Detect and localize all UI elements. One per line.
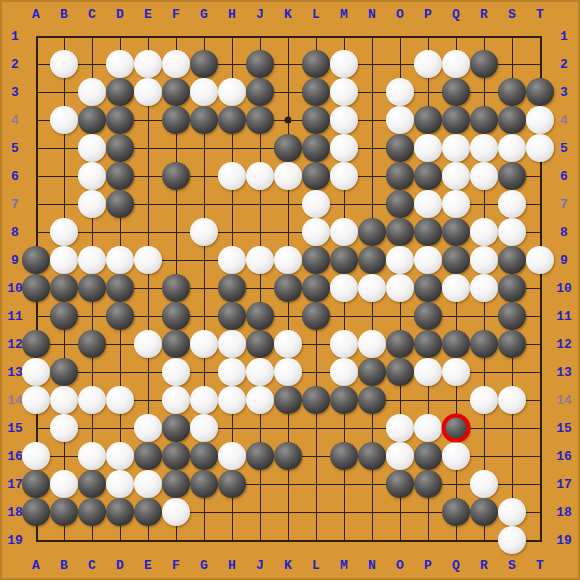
stone-M12[interactable] (330, 330, 358, 358)
stone-F6[interactable] (162, 162, 190, 190)
stone-K5[interactable] (274, 134, 302, 162)
row-label-left-7: 7 (11, 198, 19, 211)
stone-S6[interactable] (498, 162, 526, 190)
col-label-top-P: P (424, 8, 432, 21)
stone-O15[interactable] (386, 414, 414, 442)
row-label-left-9: 9 (11, 254, 19, 267)
stone-O10[interactable] (386, 274, 414, 302)
row-label-left-14: 14 (7, 394, 23, 407)
stone-S18[interactable] (498, 498, 526, 526)
stone-Q2[interactable] (442, 50, 470, 78)
row-label-left-1: 1 (11, 30, 19, 43)
last-move-marker (442, 414, 471, 443)
stone-F15[interactable] (162, 414, 190, 442)
stone-B13[interactable] (50, 358, 78, 386)
col-label-bottom-K: K (284, 559, 292, 572)
stone-E12[interactable] (134, 330, 162, 358)
stone-K10[interactable] (274, 274, 302, 302)
stone-G2[interactable] (190, 50, 218, 78)
stone-O13[interactable] (386, 358, 414, 386)
stone-J6[interactable] (246, 162, 274, 190)
col-label-top-F: F (172, 8, 180, 21)
stone-D11[interactable] (106, 302, 134, 330)
row-label-left-4: 4 (11, 114, 19, 127)
stone-C16[interactable] (78, 442, 106, 470)
stone-L4[interactable] (302, 106, 330, 134)
stone-M3[interactable] (330, 78, 358, 106)
stone-K13[interactable] (274, 358, 302, 386)
row-label-right-2: 2 (560, 58, 568, 71)
stone-A16[interactable] (22, 442, 50, 470)
stone-J12[interactable] (246, 330, 274, 358)
stone-S8[interactable] (498, 218, 526, 246)
col-label-bottom-E: E (144, 559, 152, 572)
col-label-top-R: R (480, 8, 488, 21)
grid-line-h (36, 36, 542, 38)
row-label-left-3: 3 (11, 86, 19, 99)
col-label-top-B: B (60, 8, 68, 21)
stone-E2[interactable] (134, 50, 162, 78)
stone-C12[interactable] (78, 330, 106, 358)
stone-S3[interactable] (498, 78, 526, 106)
row-label-right-14: 14 (556, 394, 572, 407)
stone-K16[interactable] (274, 442, 302, 470)
stone-O7[interactable] (386, 190, 414, 218)
col-label-top-C: C (88, 8, 96, 21)
row-label-left-10: 10 (7, 282, 23, 295)
stone-Q5[interactable] (442, 134, 470, 162)
stone-S5[interactable] (498, 134, 526, 162)
stone-C9[interactable] (78, 246, 106, 274)
col-label-bottom-A: A (32, 559, 40, 572)
stone-T4[interactable] (526, 106, 554, 134)
stone-O8[interactable] (386, 218, 414, 246)
stone-F4[interactable] (162, 106, 190, 134)
stone-L6[interactable] (302, 162, 330, 190)
stone-D7[interactable] (106, 190, 134, 218)
stone-J2[interactable] (246, 50, 274, 78)
stone-S14[interactable] (498, 386, 526, 414)
col-label-top-K: K (284, 8, 292, 21)
stone-P9[interactable] (414, 246, 442, 274)
stone-D16[interactable] (106, 442, 134, 470)
stone-F10[interactable] (162, 274, 190, 302)
col-label-top-Q: Q (452, 8, 460, 21)
stone-H17[interactable] (218, 470, 246, 498)
stone-C10[interactable] (78, 274, 106, 302)
col-label-top-N: N (368, 8, 376, 21)
stone-B15[interactable] (50, 414, 78, 442)
col-label-bottom-H: H (228, 559, 236, 572)
stone-C4[interactable] (78, 106, 106, 134)
row-label-right-1: 1 (560, 30, 568, 43)
stone-B8[interactable] (50, 218, 78, 246)
stone-P8[interactable] (414, 218, 442, 246)
stone-J16[interactable] (246, 442, 274, 470)
stone-F11[interactable] (162, 302, 190, 330)
stone-N12[interactable] (358, 330, 386, 358)
stone-H6[interactable] (218, 162, 246, 190)
stone-Q8[interactable] (442, 218, 470, 246)
stone-Q18[interactable] (442, 498, 470, 526)
row-label-right-18: 18 (556, 506, 572, 519)
stone-P5[interactable] (414, 134, 442, 162)
stone-D6[interactable] (106, 162, 134, 190)
col-label-top-J: J (256, 8, 264, 21)
stone-T9[interactable] (526, 246, 554, 274)
stone-Q6[interactable] (442, 162, 470, 190)
stone-D3[interactable] (106, 78, 134, 106)
stone-L11[interactable] (302, 302, 330, 330)
stone-C7[interactable] (78, 190, 106, 218)
stone-Q16[interactable] (442, 442, 470, 470)
grid-line-h (36, 540, 542, 542)
stone-S4[interactable] (498, 106, 526, 134)
stone-D5[interactable] (106, 134, 134, 162)
stone-G8[interactable] (190, 218, 218, 246)
stone-R9[interactable] (470, 246, 498, 274)
row-label-left-11: 11 (7, 310, 23, 323)
stone-K12[interactable] (274, 330, 302, 358)
stone-A10[interactable] (22, 274, 50, 302)
stone-M2[interactable] (330, 50, 358, 78)
stone-K9[interactable] (274, 246, 302, 274)
stone-S12[interactable] (498, 330, 526, 358)
row-label-right-19: 19 (556, 534, 572, 547)
stone-F3[interactable] (162, 78, 190, 106)
stone-F12[interactable] (162, 330, 190, 358)
stone-P15[interactable] (414, 414, 442, 442)
stone-N13[interactable] (358, 358, 386, 386)
stone-N9[interactable] (358, 246, 386, 274)
col-label-bottom-B: B (60, 559, 68, 572)
stone-Q13[interactable] (442, 358, 470, 386)
stone-G12[interactable] (190, 330, 218, 358)
stone-G15[interactable] (190, 414, 218, 442)
col-label-top-M: M (340, 8, 348, 21)
row-label-right-16: 16 (556, 450, 572, 463)
col-label-bottom-N: N (368, 559, 376, 572)
stone-P10[interactable] (414, 274, 442, 302)
stone-M5[interactable] (330, 134, 358, 162)
col-label-top-A: A (32, 8, 40, 21)
stone-O3[interactable] (386, 78, 414, 106)
stone-L14[interactable] (302, 386, 330, 414)
stone-G14[interactable] (190, 386, 218, 414)
stone-R4[interactable] (470, 106, 498, 134)
stone-M14[interactable] (330, 386, 358, 414)
stone-Q7[interactable] (442, 190, 470, 218)
col-label-bottom-S: S (508, 559, 516, 572)
stone-O17[interactable] (386, 470, 414, 498)
row-label-left-15: 15 (7, 422, 23, 435)
stone-N16[interactable] (358, 442, 386, 470)
stone-O5[interactable] (386, 134, 414, 162)
stone-F16[interactable] (162, 442, 190, 470)
stone-R18[interactable] (470, 498, 498, 526)
stone-D14[interactable] (106, 386, 134, 414)
row-label-right-12: 12 (556, 338, 572, 351)
stone-O4[interactable] (386, 106, 414, 134)
stone-Q9[interactable] (442, 246, 470, 274)
stone-L9[interactable] (302, 246, 330, 274)
stone-R5[interactable] (470, 134, 498, 162)
stone-P13[interactable] (414, 358, 442, 386)
row-label-left-6: 6 (11, 170, 19, 183)
col-label-bottom-O: O (396, 559, 404, 572)
stone-J4[interactable] (246, 106, 274, 134)
stone-B11[interactable] (50, 302, 78, 330)
col-label-top-O: O (396, 8, 404, 21)
stone-P4[interactable] (414, 106, 442, 134)
stone-C3[interactable] (78, 78, 106, 106)
row-label-left-19: 19 (7, 534, 23, 547)
stone-J9[interactable] (246, 246, 274, 274)
row-label-right-17: 17 (556, 478, 572, 491)
stone-P16[interactable] (414, 442, 442, 470)
stone-L10[interactable] (302, 274, 330, 302)
row-label-left-8: 8 (11, 226, 19, 239)
stone-B9[interactable] (50, 246, 78, 274)
row-label-left-12: 12 (7, 338, 23, 351)
row-label-right-3: 3 (560, 86, 568, 99)
stone-A18[interactable] (22, 498, 50, 526)
stone-N14[interactable] (358, 386, 386, 414)
col-label-bottom-J: J (256, 559, 264, 572)
stone-F2[interactable] (162, 50, 190, 78)
stone-P6[interactable] (414, 162, 442, 190)
row-label-left-16: 16 (7, 450, 23, 463)
stone-T3[interactable] (526, 78, 554, 106)
stone-H12[interactable] (218, 330, 246, 358)
row-label-left-18: 18 (7, 506, 23, 519)
stone-R8[interactable] (470, 218, 498, 246)
stone-D10[interactable] (106, 274, 134, 302)
col-label-bottom-G: G (200, 559, 208, 572)
col-label-bottom-L: L (312, 559, 320, 572)
stone-M8[interactable] (330, 218, 358, 246)
stone-G16[interactable] (190, 442, 218, 470)
row-label-right-9: 9 (560, 254, 568, 267)
stone-G17[interactable] (190, 470, 218, 498)
stone-A9[interactable] (22, 246, 50, 274)
stone-L2[interactable] (302, 50, 330, 78)
stone-E15[interactable] (134, 414, 162, 442)
stone-P2[interactable] (414, 50, 442, 78)
stone-E3[interactable] (134, 78, 162, 106)
row-label-right-8: 8 (560, 226, 568, 239)
stone-R12[interactable] (470, 330, 498, 358)
stone-J11[interactable] (246, 302, 274, 330)
stone-M16[interactable] (330, 442, 358, 470)
stone-E16[interactable] (134, 442, 162, 470)
stone-R17[interactable] (470, 470, 498, 498)
row-label-right-11: 11 (556, 310, 572, 323)
stone-H16[interactable] (218, 442, 246, 470)
stone-E18[interactable] (134, 498, 162, 526)
row-label-left-17: 17 (7, 478, 23, 491)
col-label-top-D: D (116, 8, 124, 21)
stone-R2[interactable] (470, 50, 498, 78)
stone-B14[interactable] (50, 386, 78, 414)
stone-P11[interactable] (414, 302, 442, 330)
stone-D9[interactable] (106, 246, 134, 274)
stone-C6[interactable] (78, 162, 106, 190)
stone-R10[interactable] (470, 274, 498, 302)
stone-S7[interactable] (498, 190, 526, 218)
row-label-right-15: 15 (556, 422, 572, 435)
col-label-bottom-T: T (536, 559, 544, 572)
stone-C17[interactable] (78, 470, 106, 498)
stone-H10[interactable] (218, 274, 246, 302)
stone-L8[interactable] (302, 218, 330, 246)
stone-A13[interactable] (22, 358, 50, 386)
row-label-right-10: 10 (556, 282, 572, 295)
stone-H4[interactable] (218, 106, 246, 134)
col-label-top-T: T (536, 8, 544, 21)
col-label-bottom-R: R (480, 559, 488, 572)
stone-S11[interactable] (498, 302, 526, 330)
stone-G4[interactable] (190, 106, 218, 134)
stone-M6[interactable] (330, 162, 358, 190)
stone-L3[interactable] (302, 78, 330, 106)
stone-E17[interactable] (134, 470, 162, 498)
stone-A14[interactable] (22, 386, 50, 414)
stone-R6[interactable] (470, 162, 498, 190)
stone-F13[interactable] (162, 358, 190, 386)
col-label-bottom-P: P (424, 559, 432, 572)
stone-H3[interactable] (218, 78, 246, 106)
stone-O16[interactable] (386, 442, 414, 470)
star-point-K4 (285, 117, 292, 124)
stone-K14[interactable] (274, 386, 302, 414)
stone-G3[interactable] (190, 78, 218, 106)
stone-C14[interactable] (78, 386, 106, 414)
col-label-bottom-M: M (340, 559, 348, 572)
stone-C5[interactable] (78, 134, 106, 162)
row-label-left-13: 13 (7, 366, 23, 379)
col-label-top-E: E (144, 8, 152, 21)
stone-Q10[interactable] (442, 274, 470, 302)
row-label-right-13: 13 (556, 366, 572, 379)
stone-F14[interactable] (162, 386, 190, 414)
stone-H13[interactable] (218, 358, 246, 386)
col-label-bottom-D: D (116, 559, 124, 572)
stone-P17[interactable] (414, 470, 442, 498)
stone-Q4[interactable] (442, 106, 470, 134)
stone-P7[interactable] (414, 190, 442, 218)
stone-F17[interactable] (162, 470, 190, 498)
row-label-right-5: 5 (560, 142, 568, 155)
row-label-left-5: 5 (11, 142, 19, 155)
stone-S9[interactable] (498, 246, 526, 274)
stone-L7[interactable] (302, 190, 330, 218)
col-label-bottom-F: F (172, 559, 180, 572)
stone-N8[interactable] (358, 218, 386, 246)
col-label-bottom-C: C (88, 559, 96, 572)
stone-M13[interactable] (330, 358, 358, 386)
stone-C18[interactable] (78, 498, 106, 526)
stone-D18[interactable] (106, 498, 134, 526)
col-label-top-S: S (508, 8, 516, 21)
stone-Q12[interactable] (442, 330, 470, 358)
stone-J3[interactable] (246, 78, 274, 106)
stone-L5[interactable] (302, 134, 330, 162)
stone-H14[interactable] (218, 386, 246, 414)
stone-N10[interactable] (358, 274, 386, 302)
stone-S10[interactable] (498, 274, 526, 302)
stone-B2[interactable] (50, 50, 78, 78)
go-board[interactable]: ABCDEFGHJKLMNOPQRST ABCDEFGHJKLMNOPQRST … (0, 0, 580, 580)
stone-F18[interactable] (162, 498, 190, 526)
stone-B4[interactable] (50, 106, 78, 134)
stone-P12[interactable] (414, 330, 442, 358)
stone-O9[interactable] (386, 246, 414, 274)
stone-B17[interactable] (50, 470, 78, 498)
row-label-right-6: 6 (560, 170, 568, 183)
col-label-bottom-Q: Q (452, 559, 460, 572)
stone-M9[interactable] (330, 246, 358, 274)
row-label-right-4: 4 (560, 114, 568, 127)
stone-M10[interactable] (330, 274, 358, 302)
stone-B18[interactable] (50, 498, 78, 526)
stone-J14[interactable] (246, 386, 274, 414)
stone-D2[interactable] (106, 50, 134, 78)
col-label-top-L: L (312, 8, 320, 21)
row-label-right-7: 7 (560, 198, 568, 211)
stone-T5[interactable] (526, 134, 554, 162)
stone-E9[interactable] (134, 246, 162, 274)
stone-J13[interactable] (246, 358, 274, 386)
stone-R14[interactable] (470, 386, 498, 414)
stone-H9[interactable] (218, 246, 246, 274)
stone-M4[interactable] (330, 106, 358, 134)
stone-D17[interactable] (106, 470, 134, 498)
stone-A12[interactable] (22, 330, 50, 358)
stone-O12[interactable] (386, 330, 414, 358)
stone-Q3[interactable] (442, 78, 470, 106)
stone-S19[interactable] (498, 526, 526, 554)
stone-D4[interactable] (106, 106, 134, 134)
stone-B10[interactable] (50, 274, 78, 302)
stone-H11[interactable] (218, 302, 246, 330)
col-label-top-G: G (200, 8, 208, 21)
stone-A17[interactable] (22, 470, 50, 498)
col-label-top-H: H (228, 8, 236, 21)
row-label-left-2: 2 (11, 58, 19, 71)
stone-K6[interactable] (274, 162, 302, 190)
stone-O6[interactable] (386, 162, 414, 190)
